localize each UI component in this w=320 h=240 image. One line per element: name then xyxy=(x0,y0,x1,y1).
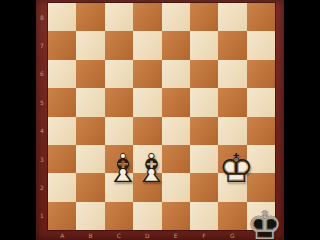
square-h6[interactable] xyxy=(247,60,275,88)
rank-label-4: 4 xyxy=(36,117,48,145)
rank-label-8: 8 xyxy=(36,3,48,31)
square-g7[interactable] xyxy=(218,31,246,59)
black-king-outline: ♔ xyxy=(247,205,283,240)
square-f5[interactable] xyxy=(190,88,218,116)
square-h1[interactable]: ♚♔ xyxy=(247,202,275,230)
rank-label-7: 7 xyxy=(36,31,48,59)
square-b1[interactable] xyxy=(76,202,104,230)
square-c6[interactable] xyxy=(105,60,133,88)
file-label-c: C xyxy=(105,231,133,240)
file-label-a: A xyxy=(48,231,76,240)
white-bishop-outline: ♗ xyxy=(133,148,169,188)
file-label-f: F xyxy=(190,231,218,240)
square-d3[interactable]: ♝♗ xyxy=(133,145,161,173)
square-g5[interactable] xyxy=(218,88,246,116)
chess-app-stage: ♝♗♝♗♚♔♚♔ 87654321 ABCDEFGH xyxy=(0,0,320,240)
square-c1[interactable] xyxy=(105,202,133,230)
piece-white-bishop-d3[interactable]: ♝♗ xyxy=(133,148,161,176)
square-g1[interactable] xyxy=(218,202,246,230)
square-d6[interactable] xyxy=(133,60,161,88)
file-label-b: B xyxy=(76,231,104,240)
square-g8[interactable] xyxy=(218,3,246,31)
square-f7[interactable] xyxy=(190,31,218,59)
square-h7[interactable] xyxy=(247,31,275,59)
square-b4[interactable] xyxy=(76,117,104,145)
white-king-outline: ♔ xyxy=(218,148,254,188)
square-a3[interactable] xyxy=(48,145,76,173)
rank-label-1: 1 xyxy=(36,202,48,230)
piece-black-king-h1[interactable]: ♚♔ xyxy=(247,205,275,233)
square-d4[interactable] xyxy=(133,117,161,145)
square-g4[interactable] xyxy=(218,117,246,145)
square-a5[interactable] xyxy=(48,88,76,116)
square-b2[interactable] xyxy=(76,173,104,201)
square-e5[interactable] xyxy=(162,88,190,116)
square-e4[interactable] xyxy=(162,117,190,145)
square-d5[interactable] xyxy=(133,88,161,116)
square-a8[interactable] xyxy=(48,3,76,31)
square-b5[interactable] xyxy=(76,88,104,116)
rank-label-6: 6 xyxy=(36,60,48,88)
square-a6[interactable] xyxy=(48,60,76,88)
square-a1[interactable] xyxy=(48,202,76,230)
letterbox-left xyxy=(0,0,36,240)
square-f6[interactable] xyxy=(190,60,218,88)
square-a7[interactable] xyxy=(48,31,76,59)
square-c7[interactable] xyxy=(105,31,133,59)
square-h8[interactable] xyxy=(247,3,275,31)
file-label-g: G xyxy=(218,231,246,240)
square-b8[interactable] xyxy=(76,3,104,31)
square-a4[interactable] xyxy=(48,117,76,145)
square-b6[interactable] xyxy=(76,60,104,88)
file-label-e: E xyxy=(162,231,190,240)
square-g6[interactable] xyxy=(218,60,246,88)
square-b7[interactable] xyxy=(76,31,104,59)
square-f8[interactable] xyxy=(190,3,218,31)
square-b3[interactable] xyxy=(76,145,104,173)
square-f1[interactable] xyxy=(190,202,218,230)
square-h5[interactable] xyxy=(247,88,275,116)
square-c8[interactable] xyxy=(105,3,133,31)
square-e6[interactable] xyxy=(162,60,190,88)
square-a2[interactable] xyxy=(48,173,76,201)
square-e7[interactable] xyxy=(162,31,190,59)
square-e1[interactable] xyxy=(162,202,190,230)
piece-white-king-g3[interactable]: ♚♔ xyxy=(218,148,246,176)
file-label-d: D xyxy=(133,231,161,240)
square-c5[interactable] xyxy=(105,88,133,116)
rank-label-3: 3 xyxy=(36,145,48,173)
square-c3[interactable]: ♝♗ xyxy=(105,145,133,173)
piece-white-bishop-c3[interactable]: ♝♗ xyxy=(105,148,133,176)
letterbox-right xyxy=(284,0,320,240)
square-h4[interactable] xyxy=(247,117,275,145)
square-d1[interactable] xyxy=(133,202,161,230)
board-grid: ♝♗♝♗♚♔♚♔ xyxy=(48,3,275,230)
square-g3[interactable]: ♚♔ xyxy=(218,145,246,173)
square-f2[interactable] xyxy=(190,173,218,201)
rank-label-5: 5 xyxy=(36,88,48,116)
square-c4[interactable] xyxy=(105,117,133,145)
square-f4[interactable] xyxy=(190,117,218,145)
square-e8[interactable] xyxy=(162,3,190,31)
rank-label-2: 2 xyxy=(36,173,48,201)
square-d8[interactable] xyxy=(133,3,161,31)
square-f3[interactable] xyxy=(190,145,218,173)
board-frame: ♝♗♝♗♚♔♚♔ 87654321 ABCDEFGH xyxy=(36,0,284,240)
square-d7[interactable] xyxy=(133,31,161,59)
